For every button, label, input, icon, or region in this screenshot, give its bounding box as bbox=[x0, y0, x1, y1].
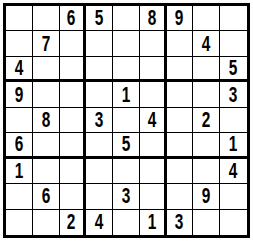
cell-r8c9[interactable] bbox=[220, 184, 247, 209]
cell-r7c9: 4 bbox=[220, 159, 247, 184]
given-digit: 9 bbox=[202, 185, 211, 207]
given-digit: 1 bbox=[229, 133, 238, 155]
cell-r9c5[interactable] bbox=[113, 210, 140, 235]
given-digit: 6 bbox=[15, 133, 24, 155]
cell-r6c7[interactable] bbox=[167, 133, 194, 158]
cell-r8c1[interactable] bbox=[6, 184, 33, 209]
cell-r9c6: 1 bbox=[140, 210, 167, 235]
given-digit: 3 bbox=[122, 185, 131, 207]
cell-r3c9: 5 bbox=[220, 57, 247, 82]
cell-r6c2[interactable] bbox=[33, 133, 60, 158]
given-digit: 4 bbox=[147, 109, 156, 131]
given-digit: 4 bbox=[202, 33, 211, 55]
cell-r8c8: 9 bbox=[193, 184, 220, 209]
cell-r9c2[interactable] bbox=[33, 210, 60, 235]
cell-r6c5: 5 bbox=[113, 133, 140, 158]
given-digit: 7 bbox=[41, 33, 50, 55]
cell-r7c8[interactable] bbox=[193, 159, 220, 184]
cell-r5c3[interactable] bbox=[60, 108, 87, 133]
cell-r1c8[interactable] bbox=[193, 6, 220, 31]
cell-r1c4: 5 bbox=[86, 6, 113, 31]
given-digit: 2 bbox=[67, 211, 76, 233]
cell-r2c3[interactable] bbox=[60, 31, 87, 56]
cell-r7c7[interactable] bbox=[167, 159, 194, 184]
given-digit: 6 bbox=[41, 185, 50, 207]
cell-r3c5[interactable] bbox=[113, 57, 140, 82]
given-digit: 3 bbox=[175, 211, 184, 233]
given-digit: 8 bbox=[147, 7, 156, 29]
given-digit: 1 bbox=[15, 160, 24, 182]
given-digit: 2 bbox=[202, 109, 211, 131]
cell-r5c9[interactable] bbox=[220, 108, 247, 133]
cell-r5c8: 2 bbox=[193, 108, 220, 133]
given-digit: 1 bbox=[147, 211, 156, 233]
cell-r7c3[interactable] bbox=[60, 159, 87, 184]
cell-r2c8: 4 bbox=[193, 31, 220, 56]
cell-r2c7[interactable] bbox=[167, 31, 194, 56]
cell-r1c1[interactable] bbox=[6, 6, 33, 31]
cell-r3c6[interactable] bbox=[140, 57, 167, 82]
cell-r4c4[interactable] bbox=[86, 82, 113, 107]
cell-r6c8[interactable] bbox=[193, 133, 220, 158]
cell-r8c3[interactable] bbox=[60, 184, 87, 209]
cell-r9c7: 3 bbox=[167, 210, 194, 235]
cell-r5c1[interactable] bbox=[6, 108, 33, 133]
cell-r1c2[interactable] bbox=[33, 6, 60, 31]
cell-r1c5[interactable] bbox=[113, 6, 140, 31]
cell-r5c2: 8 bbox=[33, 108, 60, 133]
cell-r6c1: 6 bbox=[6, 133, 33, 158]
cell-r2c2: 7 bbox=[33, 31, 60, 56]
cell-r1c6: 8 bbox=[140, 6, 167, 31]
cell-r8c7[interactable] bbox=[167, 184, 194, 209]
given-digit: 5 bbox=[229, 57, 238, 79]
cell-r2c6[interactable] bbox=[140, 31, 167, 56]
given-digit: 4 bbox=[95, 211, 104, 233]
cell-r5c6: 4 bbox=[140, 108, 167, 133]
cell-r4c9: 3 bbox=[220, 82, 247, 107]
cell-r6c3[interactable] bbox=[60, 133, 87, 158]
cell-r2c4[interactable] bbox=[86, 31, 113, 56]
given-digit: 3 bbox=[95, 109, 104, 131]
cell-r1c7: 9 bbox=[167, 6, 194, 31]
given-digit: 9 bbox=[15, 84, 24, 106]
cell-r1c3: 6 bbox=[60, 6, 87, 31]
cell-r5c7[interactable] bbox=[167, 108, 194, 133]
cell-r4c7[interactable] bbox=[167, 82, 194, 107]
cell-r6c9: 1 bbox=[220, 133, 247, 158]
cell-r3c8[interactable] bbox=[193, 57, 220, 82]
given-digit: 4 bbox=[15, 57, 24, 79]
cell-r4c1: 9 bbox=[6, 82, 33, 107]
cell-r7c6[interactable] bbox=[140, 159, 167, 184]
cell-r3c1: 4 bbox=[6, 57, 33, 82]
cell-r9c8[interactable] bbox=[193, 210, 220, 235]
given-digit: 9 bbox=[175, 7, 184, 29]
cell-r2c1[interactable] bbox=[6, 31, 33, 56]
cell-r9c4: 4 bbox=[86, 210, 113, 235]
cell-r8c2: 6 bbox=[33, 184, 60, 209]
cell-r5c4: 3 bbox=[86, 108, 113, 133]
cell-r6c4[interactable] bbox=[86, 133, 113, 158]
cell-r9c1[interactable] bbox=[6, 210, 33, 235]
cell-r5c5[interactable] bbox=[113, 108, 140, 133]
cell-r4c5: 1 bbox=[113, 82, 140, 107]
cell-r9c9[interactable] bbox=[220, 210, 247, 235]
cell-r2c5[interactable] bbox=[113, 31, 140, 56]
given-digit: 6 bbox=[67, 7, 76, 29]
cell-r3c3[interactable] bbox=[60, 57, 87, 82]
cell-r8c5: 3 bbox=[113, 184, 140, 209]
cell-r3c4[interactable] bbox=[86, 57, 113, 82]
cell-r6c6[interactable] bbox=[140, 133, 167, 158]
cell-r2c9[interactable] bbox=[220, 31, 247, 56]
cell-r4c8[interactable] bbox=[193, 82, 220, 107]
given-digit: 8 bbox=[41, 109, 50, 131]
cell-r4c3[interactable] bbox=[60, 82, 87, 107]
given-digit: 1 bbox=[122, 84, 131, 106]
cell-r7c1: 1 bbox=[6, 159, 33, 184]
sudoku-board: 658974459138342651146392413 bbox=[3, 3, 250, 238]
cell-r4c6[interactable] bbox=[140, 82, 167, 107]
given-digit: 5 bbox=[122, 133, 131, 155]
cell-r3c2[interactable] bbox=[33, 57, 60, 82]
cell-r8c6[interactable] bbox=[140, 184, 167, 209]
cell-r9c3: 2 bbox=[60, 210, 87, 235]
given-digit: 3 bbox=[229, 84, 238, 106]
cell-r3c7[interactable] bbox=[167, 57, 194, 82]
cell-r7c2[interactable] bbox=[33, 159, 60, 184]
cell-r7c5[interactable] bbox=[113, 159, 140, 184]
cell-r7c4[interactable] bbox=[86, 159, 113, 184]
cell-r4c2[interactable] bbox=[33, 82, 60, 107]
sudoku-page: 658974459138342651146392413 bbox=[0, 0, 253, 242]
cell-r8c4[interactable] bbox=[86, 184, 113, 209]
cell-r1c9[interactable] bbox=[220, 6, 247, 31]
given-digit: 4 bbox=[229, 160, 238, 182]
given-digit: 5 bbox=[95, 7, 104, 29]
